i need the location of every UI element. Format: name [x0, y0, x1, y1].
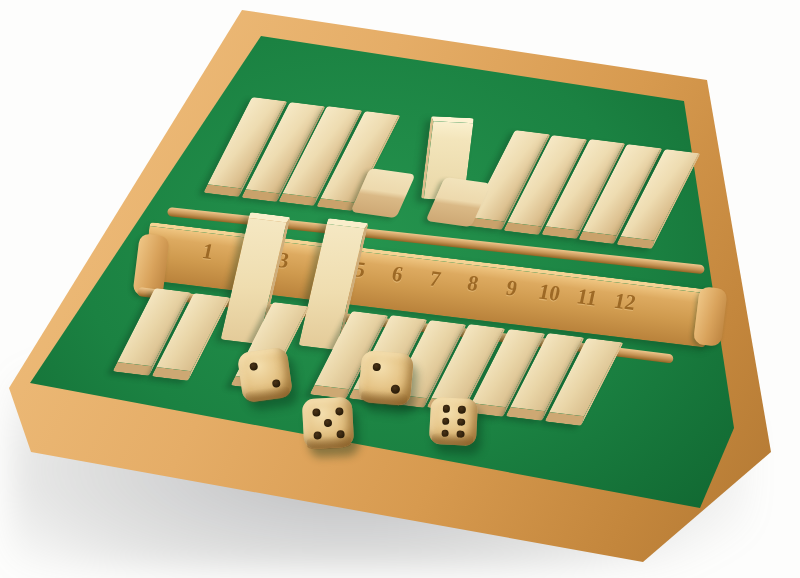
rail-number-8: 8	[452, 269, 495, 299]
die-pip	[249, 362, 258, 371]
die-4-showing-6[interactable]	[429, 397, 478, 446]
shut-the-box-photo: 123456789101112	[0, 0, 800, 578]
rail-number-7: 7	[414, 264, 457, 294]
die-pip	[372, 362, 381, 371]
die-pip	[442, 405, 450, 413]
die-1-showing-2[interactable]	[237, 347, 293, 403]
die-side-face	[307, 434, 352, 449]
die-pip	[324, 419, 332, 427]
rail-number-12: 12	[603, 287, 646, 317]
rail-number-10: 10	[528, 278, 571, 308]
die-3-showing-5[interactable]	[302, 397, 355, 450]
die-pip	[442, 417, 450, 425]
die-2-showing-2[interactable]	[358, 350, 414, 406]
die-pip	[335, 407, 343, 415]
rail-number-6: 6	[376, 260, 419, 290]
rail-number-1: 1	[186, 237, 229, 267]
die-pip	[458, 418, 466, 426]
rail-number-9: 9	[490, 273, 533, 303]
die-pip	[458, 406, 466, 414]
die-pip	[312, 408, 320, 416]
rail-number-11: 11	[566, 283, 609, 313]
